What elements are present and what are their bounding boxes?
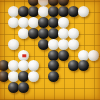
white-stone-r7c3[interactable] xyxy=(28,71,39,82)
black-stone-r7c5[interactable] xyxy=(48,71,59,82)
white-stone-r5c9[interactable] xyxy=(88,50,99,61)
white-stone-r6c3[interactable] xyxy=(28,60,39,71)
go-board[interactable] xyxy=(0,0,100,100)
white-stone-r4c1[interactable] xyxy=(8,39,19,50)
last-move-marker xyxy=(23,54,26,57)
white-stone-r4c7[interactable] xyxy=(68,39,79,50)
black-stone-r5c6[interactable] xyxy=(58,50,69,61)
black-stone-r6c8[interactable] xyxy=(78,60,89,71)
go-app-screenshot xyxy=(0,0,100,100)
black-stone-r6c5[interactable] xyxy=(48,60,59,71)
white-stone-r1c8[interactable] xyxy=(78,6,89,17)
grid-line-horizontal xyxy=(0,99,100,100)
black-stone-r8c2[interactable] xyxy=(18,82,29,93)
white-stone-r2c6[interactable] xyxy=(58,17,69,28)
grid-line-vertical xyxy=(4,0,5,100)
white-stone-r3c7[interactable] xyxy=(68,28,79,39)
